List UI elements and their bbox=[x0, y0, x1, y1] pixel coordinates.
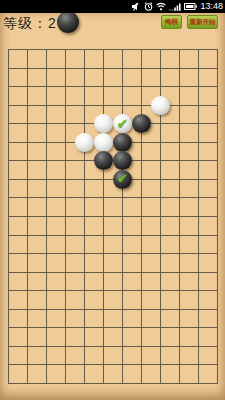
app-screen: 13:48 ✔✔ 等级：2 悔棋 重新开始 bbox=[0, 0, 225, 400]
last-move-check-icon: ✔ bbox=[113, 170, 132, 188]
grid-line-horizontal bbox=[8, 68, 218, 69]
white-stone bbox=[151, 96, 170, 115]
alarm-icon bbox=[144, 2, 153, 11]
turn-indicator-stone bbox=[57, 11, 79, 33]
grid-line-horizontal bbox=[8, 309, 218, 310]
grid-line-horizontal bbox=[8, 327, 218, 328]
white-stone bbox=[75, 133, 94, 152]
clock-text: 13:48 bbox=[200, 0, 223, 13]
grid-line-horizontal bbox=[8, 290, 218, 291]
grid-line-horizontal bbox=[8, 272, 218, 273]
status-bar: 13:48 bbox=[0, 0, 225, 13]
restart-button[interactable]: 重新开始 bbox=[187, 15, 218, 29]
grid-line-horizontal bbox=[8, 253, 218, 254]
white-stone: ✔ bbox=[113, 114, 132, 133]
grid-line-horizontal bbox=[8, 346, 218, 347]
mute-icon bbox=[132, 2, 141, 11]
grid-line-horizontal bbox=[8, 216, 218, 217]
white-stone bbox=[94, 133, 113, 152]
grid-line-horizontal bbox=[8, 105, 218, 106]
black-stone bbox=[113, 133, 132, 152]
wifi-icon bbox=[156, 2, 166, 11]
grid-line-horizontal bbox=[8, 49, 218, 50]
grid-line-horizontal bbox=[8, 235, 218, 236]
white-stone bbox=[94, 114, 113, 133]
black-stone bbox=[113, 151, 132, 170]
grid-line-horizontal bbox=[8, 364, 218, 365]
last-move-check-icon: ✔ bbox=[113, 114, 132, 132]
undo-button[interactable]: 悔棋 bbox=[161, 15, 182, 29]
signal-icon bbox=[169, 2, 181, 11]
black-stone bbox=[94, 151, 113, 170]
grid-line-horizontal bbox=[8, 86, 218, 87]
game-board[interactable]: ✔✔ bbox=[0, 0, 225, 400]
black-stone bbox=[132, 114, 151, 133]
black-stone: ✔ bbox=[113, 170, 132, 189]
grid-line-horizontal bbox=[8, 197, 218, 198]
grid-line-horizontal bbox=[8, 383, 218, 384]
level-label: 等级：2 bbox=[3, 15, 57, 33]
battery-icon bbox=[184, 2, 197, 11]
